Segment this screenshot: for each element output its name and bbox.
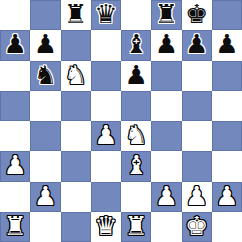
square-d7[interactable] (91, 30, 121, 60)
square-e7[interactable]: ♝ (121, 30, 151, 60)
square-f5[interactable] (151, 91, 181, 121)
square-a2[interactable] (0, 182, 30, 212)
square-d1[interactable]: ♛ (91, 212, 121, 242)
square-b7[interactable]: ♟ (30, 30, 60, 60)
square-c2[interactable] (61, 182, 91, 212)
piece-white-bishop[interactable]: ♝ (124, 152, 147, 178)
piece-black-bishop[interactable]: ♝ (124, 31, 147, 57)
square-c7[interactable] (61, 30, 91, 60)
square-d4[interactable]: ♟ (91, 121, 121, 151)
square-c4[interactable] (61, 121, 91, 151)
square-g2[interactable]: ♟ (182, 182, 212, 212)
square-h1[interactable] (212, 212, 242, 242)
piece-white-rook[interactable]: ♜ (3, 213, 26, 239)
square-g6[interactable] (182, 61, 212, 91)
piece-black-pawn[interactable]: ♟ (185, 31, 208, 57)
square-e3[interactable]: ♝ (121, 151, 151, 181)
square-b1[interactable] (30, 212, 60, 242)
piece-white-pawn[interactable]: ♟ (155, 183, 178, 209)
square-e8[interactable] (121, 0, 151, 30)
square-g7[interactable]: ♟ (182, 30, 212, 60)
square-e5[interactable] (121, 91, 151, 121)
square-f2[interactable]: ♟ (151, 182, 181, 212)
piece-white-knight[interactable]: ♞ (64, 62, 87, 88)
square-f4[interactable] (151, 121, 181, 151)
square-h8[interactable] (212, 0, 242, 30)
piece-white-pawn[interactable]: ♟ (3, 152, 26, 178)
square-e1[interactable]: ♜ (121, 212, 151, 242)
square-a6[interactable] (0, 61, 30, 91)
square-d6[interactable] (91, 61, 121, 91)
piece-black-pawn[interactable]: ♟ (3, 31, 26, 57)
square-h5[interactable] (212, 91, 242, 121)
piece-white-rook[interactable]: ♜ (124, 213, 147, 239)
square-f3[interactable] (151, 151, 181, 181)
square-d8[interactable]: ♛ (91, 0, 121, 30)
square-b8[interactable] (30, 0, 60, 30)
square-h4[interactable] (212, 121, 242, 151)
square-f7[interactable]: ♟ (151, 30, 181, 60)
piece-black-king[interactable]: ♚ (185, 1, 208, 27)
piece-white-king[interactable]: ♚ (185, 213, 208, 239)
square-a4[interactable] (0, 121, 30, 151)
square-c5[interactable] (61, 91, 91, 121)
square-b4[interactable] (30, 121, 60, 151)
piece-black-pawn[interactable]: ♟ (124, 62, 147, 88)
square-b5[interactable] (30, 91, 60, 121)
square-h3[interactable] (212, 151, 242, 181)
square-a1[interactable]: ♜ (0, 212, 30, 242)
square-g1[interactable]: ♚ (182, 212, 212, 242)
piece-black-rook[interactable]: ♜ (64, 1, 87, 27)
square-d2[interactable] (91, 182, 121, 212)
piece-white-queen[interactable]: ♛ (94, 213, 117, 239)
square-b6[interactable]: ♞ (30, 61, 60, 91)
piece-white-knight[interactable]: ♞ (124, 122, 147, 148)
piece-white-pawn[interactable]: ♟ (94, 122, 117, 148)
square-a3[interactable]: ♟ (0, 151, 30, 181)
square-f6[interactable] (151, 61, 181, 91)
square-d5[interactable] (91, 91, 121, 121)
square-g5[interactable] (182, 91, 212, 121)
square-a5[interactable] (0, 91, 30, 121)
square-c6[interactable]: ♞ (61, 61, 91, 91)
square-c1[interactable] (61, 212, 91, 242)
square-h2[interactable]: ♟ (212, 182, 242, 212)
piece-black-queen[interactable]: ♛ (94, 1, 117, 27)
square-e4[interactable]: ♞ (121, 121, 151, 151)
piece-white-pawn[interactable]: ♟ (34, 183, 57, 209)
square-e2[interactable] (121, 182, 151, 212)
piece-white-pawn[interactable]: ♟ (185, 183, 208, 209)
square-d3[interactable] (91, 151, 121, 181)
square-f8[interactable]: ♜ (151, 0, 181, 30)
square-b3[interactable] (30, 151, 60, 181)
square-h6[interactable] (212, 61, 242, 91)
square-c3[interactable] (61, 151, 91, 181)
piece-black-pawn[interactable]: ♟ (215, 31, 238, 57)
square-a8[interactable] (0, 0, 30, 30)
piece-black-rook[interactable]: ♜ (155, 1, 178, 27)
square-b2[interactable]: ♟ (30, 182, 60, 212)
square-g4[interactable] (182, 121, 212, 151)
piece-black-pawn[interactable]: ♟ (34, 31, 57, 57)
square-e6[interactable]: ♟ (121, 61, 151, 91)
square-g8[interactable]: ♚ (182, 0, 212, 30)
square-g3[interactable] (182, 151, 212, 181)
square-h7[interactable]: ♟ (212, 30, 242, 60)
piece-black-pawn[interactable]: ♟ (155, 31, 178, 57)
chess-board: ♜♛♜♚♟♟♝♟♟♟♞♞♟♟♞♟♝♟♟♟♟♜♛♜♚ (0, 0, 242, 242)
square-f1[interactable] (151, 212, 181, 242)
piece-black-knight[interactable]: ♞ (34, 62, 57, 88)
piece-white-pawn[interactable]: ♟ (215, 183, 238, 209)
square-c8[interactable]: ♜ (61, 0, 91, 30)
square-a7[interactable]: ♟ (0, 30, 30, 60)
